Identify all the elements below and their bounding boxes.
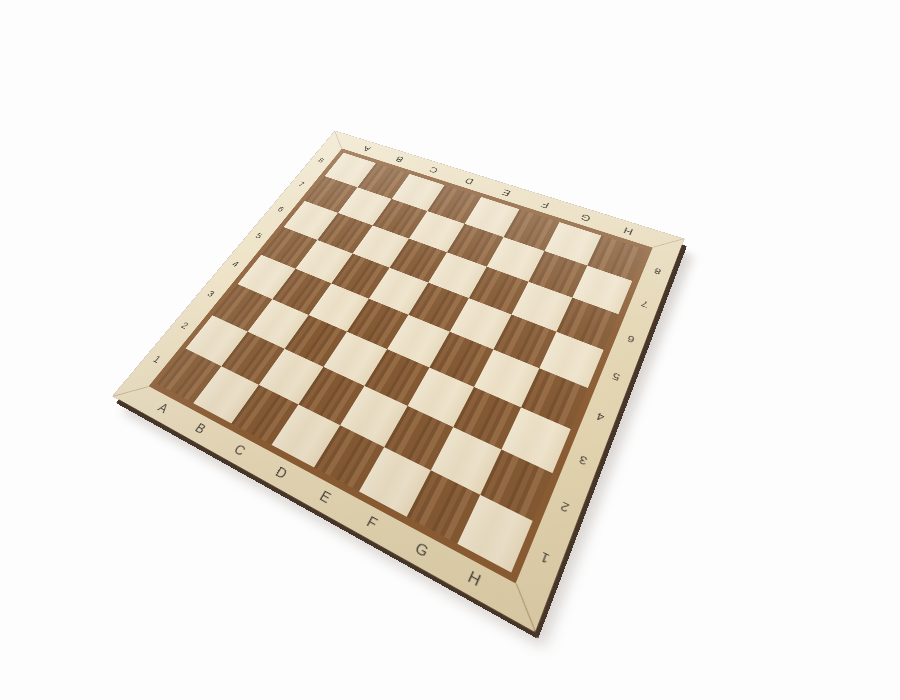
file-label-far-f: F xyxy=(539,199,551,210)
rank-label-left-3: 3 xyxy=(206,288,218,299)
file-label-far-c: C xyxy=(427,165,440,175)
photo-background: ABCDEFGHABCDEFGH1234567812345678 xyxy=(0,0,900,700)
playing-field xyxy=(157,153,645,573)
rank-label-right-6: 6 xyxy=(625,333,636,346)
file-label-near-g: G xyxy=(412,539,431,562)
file-label-near-c: C xyxy=(231,442,249,460)
file-label-far-h: H xyxy=(622,225,635,237)
file-label-near-h: H xyxy=(465,568,484,592)
frame-mitre-joint-h8 xyxy=(652,239,684,248)
file-label-far-g: G xyxy=(579,211,593,223)
rank-label-left-4: 4 xyxy=(231,259,242,269)
file-label-far-d: D xyxy=(463,176,476,186)
file-label-far-e: E xyxy=(500,187,512,198)
file-label-near-f: F xyxy=(363,513,380,533)
rank-label-right-1: 1 xyxy=(538,548,552,567)
file-label-near-a: A xyxy=(155,401,172,417)
rank-label-left-2: 2 xyxy=(179,319,191,330)
rank-label-right-7: 7 xyxy=(639,298,649,310)
file-label-near-e: E xyxy=(317,488,335,508)
frame-mitre-joint-a8 xyxy=(334,131,342,149)
rank-label-right-4: 4 xyxy=(594,410,606,425)
rank-label-left-1: 1 xyxy=(151,353,164,365)
file-label-near-d: D xyxy=(272,464,290,483)
file-label-far-a: A xyxy=(361,144,373,153)
rank-label-right-8: 8 xyxy=(652,266,662,277)
file-label-far-b: B xyxy=(394,154,406,164)
rank-label-left-7: 7 xyxy=(297,180,307,188)
rank-label-right-3: 3 xyxy=(577,452,589,468)
frame-mitre-joint-a1 xyxy=(113,386,149,396)
rank-label-left-8: 8 xyxy=(317,156,327,164)
rank-label-left-6: 6 xyxy=(276,205,286,214)
file-label-near-b: B xyxy=(192,421,209,438)
rank-label-right-5: 5 xyxy=(610,370,621,383)
rank-label-left-5: 5 xyxy=(254,231,265,240)
rank-label-right-2: 2 xyxy=(558,499,571,516)
